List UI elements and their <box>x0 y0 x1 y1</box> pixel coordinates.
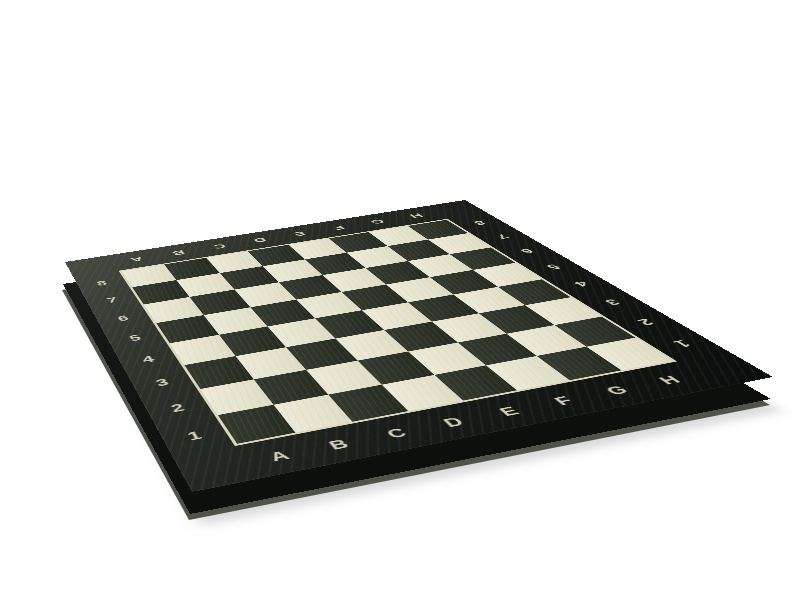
chessboard-photo: ABCDEFGH ABCDEFGH 87654321 87654321 <box>0 0 800 599</box>
